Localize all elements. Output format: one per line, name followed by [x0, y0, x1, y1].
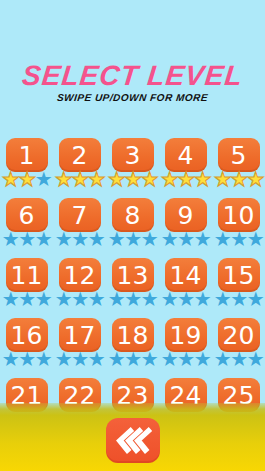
star-empty-icon: ★	[35, 351, 52, 368]
level-cell: 8★★★	[106, 198, 159, 258]
star-empty-icon: ★	[214, 351, 231, 368]
star-earned-icon: ★	[71, 171, 88, 188]
level-stars: ★★★	[214, 231, 264, 248]
bottom-bar	[0, 403, 265, 471]
level-stars: ★★★	[108, 291, 158, 308]
level-stars: ★★★	[161, 291, 211, 308]
star-empty-icon: ★	[194, 231, 211, 248]
level-stars: ★★★	[108, 351, 158, 368]
star-earned-icon: ★	[88, 171, 105, 188]
back-button[interactable]	[106, 418, 160, 463]
star-empty-icon: ★	[161, 351, 178, 368]
star-empty-icon: ★	[88, 351, 105, 368]
level-cell: 7★★★	[53, 198, 106, 258]
star-empty-icon: ★	[230, 291, 247, 308]
star-empty-icon: ★	[2, 291, 19, 308]
star-earned-icon: ★	[108, 171, 125, 188]
star-earned-icon: ★	[124, 171, 141, 188]
level-cell: 2★★★	[53, 138, 106, 198]
star-empty-icon: ★	[18, 231, 35, 248]
level-cell: 5★★★	[212, 138, 265, 198]
level-stars: ★★★	[108, 171, 158, 188]
star-earned-icon: ★	[214, 171, 231, 188]
level-stars: ★★★	[214, 291, 264, 308]
star-empty-icon: ★	[35, 171, 52, 188]
star-empty-icon: ★	[194, 291, 211, 308]
level-cell: 19★★★	[159, 318, 212, 378]
triple-chevron-left-icon	[106, 418, 160, 463]
star-empty-icon: ★	[214, 291, 231, 308]
star-empty-icon: ★	[108, 351, 125, 368]
level-stars: ★★★	[55, 291, 105, 308]
star-empty-icon: ★	[177, 291, 194, 308]
star-empty-icon: ★	[71, 231, 88, 248]
level-cell: 17★★★	[53, 318, 106, 378]
star-empty-icon: ★	[161, 291, 178, 308]
star-empty-icon: ★	[124, 291, 141, 308]
star-earned-icon: ★	[141, 171, 158, 188]
star-empty-icon: ★	[124, 231, 141, 248]
star-earned-icon: ★	[18, 171, 35, 188]
star-earned-icon: ★	[247, 171, 264, 188]
star-empty-icon: ★	[2, 351, 19, 368]
star-empty-icon: ★	[141, 231, 158, 248]
level-stars: ★★★	[214, 171, 264, 188]
level-cell: 13★★★	[106, 258, 159, 318]
level-cell: 3★★★	[106, 138, 159, 198]
star-empty-icon: ★	[18, 291, 35, 308]
star-earned-icon: ★	[2, 171, 19, 188]
level-cell: 15★★★	[212, 258, 265, 318]
level-cell: 4★★★	[159, 138, 212, 198]
star-empty-icon: ★	[230, 351, 247, 368]
star-earned-icon: ★	[230, 171, 247, 188]
level-cell: 12★★★	[53, 258, 106, 318]
swipe-hint-text: SWIPE UP/DOWN FOR MORE	[0, 92, 265, 103]
star-empty-icon: ★	[177, 351, 194, 368]
star-empty-icon: ★	[18, 351, 35, 368]
star-empty-icon: ★	[214, 231, 231, 248]
level-cell: 14★★★	[159, 258, 212, 318]
star-empty-icon: ★	[55, 231, 72, 248]
level-cell: 10★★★	[212, 198, 265, 258]
level-stars: ★★★	[214, 351, 264, 368]
star-empty-icon: ★	[247, 351, 264, 368]
level-cell: 9★★★	[159, 198, 212, 258]
page-title: SELECT LEVEL	[0, 60, 265, 92]
star-empty-icon: ★	[194, 351, 211, 368]
level-cell: 16★★★	[0, 318, 53, 378]
level-cell: 6★★★	[0, 198, 53, 258]
level-cell: 20★★★	[212, 318, 265, 378]
level-cell: 11★★★	[0, 258, 53, 318]
level-stars: ★★★	[55, 171, 105, 188]
level-stars: ★★★	[2, 231, 52, 248]
star-empty-icon: ★	[71, 351, 88, 368]
level-cell: 1★★★	[0, 138, 53, 198]
level-stars: ★★★	[161, 231, 211, 248]
star-empty-icon: ★	[2, 231, 19, 248]
level-grid: 1★★★2★★★3★★★4★★★5★★★6★★★7★★★8★★★9★★★10★★…	[0, 138, 265, 438]
star-empty-icon: ★	[108, 291, 125, 308]
star-earned-icon: ★	[177, 171, 194, 188]
star-empty-icon: ★	[35, 291, 52, 308]
level-stars: ★★★	[2, 171, 52, 188]
star-empty-icon: ★	[35, 231, 52, 248]
star-empty-icon: ★	[141, 351, 158, 368]
star-empty-icon: ★	[161, 231, 178, 248]
star-empty-icon: ★	[88, 231, 105, 248]
star-empty-icon: ★	[247, 231, 264, 248]
level-stars: ★★★	[2, 351, 52, 368]
star-empty-icon: ★	[141, 291, 158, 308]
level-cell: 18★★★	[106, 318, 159, 378]
star-empty-icon: ★	[230, 231, 247, 248]
star-empty-icon: ★	[71, 291, 88, 308]
star-earned-icon: ★	[194, 171, 211, 188]
star-empty-icon: ★	[108, 231, 125, 248]
star-earned-icon: ★	[55, 171, 72, 188]
star-empty-icon: ★	[177, 231, 194, 248]
level-stars: ★★★	[2, 291, 52, 308]
star-empty-icon: ★	[55, 351, 72, 368]
level-select-screen: SELECT LEVEL SWIPE UP/DOWN FOR MORE 1★★★…	[0, 0, 265, 471]
level-stars: ★★★	[55, 231, 105, 248]
star-empty-icon: ★	[88, 291, 105, 308]
star-empty-icon: ★	[55, 291, 72, 308]
star-empty-icon: ★	[124, 351, 141, 368]
star-empty-icon: ★	[247, 291, 264, 308]
star-earned-icon: ★	[161, 171, 178, 188]
level-stars: ★★★	[55, 351, 105, 368]
level-stars: ★★★	[161, 171, 211, 188]
level-stars: ★★★	[108, 231, 158, 248]
level-stars: ★★★	[161, 351, 211, 368]
